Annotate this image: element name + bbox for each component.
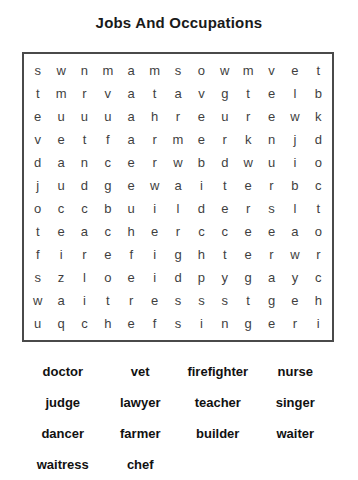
grid-cell-r11c4[interactable]: t [96,289,119,312]
grid-cell-r12c4[interactable]: h [96,312,119,335]
word-item-judge: judge [24,395,102,410]
grid-cell-r9c12[interactable]: w [283,243,306,266]
worksheet-page: Jobs And Occupations swnmamsowmvettmrvat… [0,0,358,480]
grid-cell-r10c4[interactable]: o [96,266,119,289]
grid-cell-r4c13[interactable]: d [307,128,330,151]
grid-cell-r3c7[interactable]: r [166,105,189,128]
word-item-waiter: waiter [257,426,335,441]
grid-cell-r12c13[interactable]: i [307,312,330,335]
grid-cell-r2c2[interactable]: m [49,82,72,105]
grid-cell-r6c9[interactable]: t [213,174,236,197]
grid-cell-r12c11[interactable]: e [260,312,283,335]
word-item-singer: singer [257,395,335,410]
grid-cell-r10c9[interactable]: y [213,266,236,289]
word-item-doctor: doctor [24,364,102,379]
grid-cell-r10c5[interactable]: e [120,266,143,289]
grid-cell-r10c12[interactable]: y [283,266,306,289]
grid-cell-r4c3[interactable]: t [73,128,96,151]
grid-cell-r5c13[interactable]: o [307,151,330,174]
grid-cell-r6c12[interactable]: b [283,174,306,197]
grid-cell-r12c8[interactable]: i [190,312,213,335]
grid-cell-r9c10[interactable]: e [236,243,259,266]
grid-cell-r4c5[interactable]: a [120,128,143,151]
grid-cell-r4c4[interactable]: f [96,128,119,151]
grid-cell-r4c1[interactable]: v [26,128,49,151]
grid-cell-r4c12[interactable]: j [283,128,306,151]
grid-cell-r10c1[interactable]: s [26,266,49,289]
grid-cell-r9c6[interactable]: i [143,243,166,266]
grid-cell-r9c11[interactable]: r [260,243,283,266]
grid-cell-r8c3[interactable]: a [73,220,96,243]
grid-cell-r11c13[interactable]: h [307,289,330,312]
grid-cell-r2c6[interactable]: t [143,82,166,105]
grid-cell-r1c8[interactable]: o [190,59,213,82]
grid-cell-r1c7[interactable]: s [166,59,189,82]
grid-cell-r5c12[interactable]: i [283,151,306,174]
grid-cell-r2c3[interactable]: r [73,82,96,105]
grid-cell-r6c2[interactable]: u [49,174,72,197]
grid-cell-r4c7[interactable]: m [166,128,189,151]
grid-cell-r12c3[interactable]: c [73,312,96,335]
word-item-waitress: waitress [24,457,102,472]
grid-cell-r7c3[interactable]: c [73,197,96,220]
grid-cell-r1c5[interactable]: a [120,59,143,82]
grid-cell-r10c13[interactable]: c [307,266,330,289]
grid-cell-r8c9[interactable]: c [213,220,236,243]
grid-cell-r12c9[interactable]: n [213,312,236,335]
grid-cell-r12c10[interactable]: g [236,312,259,335]
grid-cell-r5c4[interactable]: c [96,151,119,174]
grid-cell-r12c6[interactable]: f [143,312,166,335]
grid-cell-r9c1[interactable]: f [26,243,49,266]
grid-cell-r11c3[interactable]: i [73,289,96,312]
grid-cell-r6c3[interactable]: d [73,174,96,197]
grid-cell-r2c9[interactable]: g [213,82,236,105]
grid-cell-r6c11[interactable]: r [260,174,283,197]
word-item-firefighter: firefighter [179,364,257,379]
wordsearch-grid: swnmamsowmvettmrvatavgtelbeuuuahreurewkv… [22,52,334,342]
grid-cell-r3c2[interactable]: u [49,105,72,128]
grid-cell-r5c11[interactable]: u [260,151,283,174]
grid-cell-r5c10[interactable]: w [236,151,259,174]
grid-cell-r1c12[interactable]: e [283,59,306,82]
grid-cell-r8c13[interactable]: o [307,220,330,243]
grid-cell-r6c7[interactable]: a [166,174,189,197]
grid-cell-r10c11[interactable]: a [260,266,283,289]
grid-cell-r12c12[interactable]: r [283,312,306,335]
grid-cell-r1c10[interactable]: m [236,59,259,82]
grid-cell-r3c8[interactable]: e [190,105,213,128]
grid-cell-r3c3[interactable]: u [73,105,96,128]
grid-cell-r9c8[interactable]: h [190,243,213,266]
grid-cell-r2c1[interactable]: t [26,82,49,105]
grid-cell-r1c13[interactable]: t [307,59,330,82]
grid-cell-r9c2[interactable]: i [49,243,72,266]
grid-cell-r7c4[interactable]: b [96,197,119,220]
grid-cell-r9c4[interactable]: e [96,243,119,266]
word-item-lawyer: lawyer [102,395,180,410]
grid-cell-r7c6[interactable]: i [143,197,166,220]
grid-cell-r7c8[interactable]: d [190,197,213,220]
grid-cell-r2c13[interactable]: b [307,82,330,105]
grid-cell-r2c11[interactable]: e [260,82,283,105]
word-list: doctorvetfirefighternursejudgelawyerteac… [24,356,334,480]
grid-cell-r8c4[interactable]: c [96,220,119,243]
grid-cell-r9c13[interactable]: r [307,243,330,266]
grid-cell-r12c1[interactable]: u [26,312,49,335]
grid-cell-r6c13[interactable]: c [307,174,330,197]
grid-cell-r9c3[interactable]: r [73,243,96,266]
grid-cell-r7c10[interactable]: r [236,197,259,220]
grid-cell-r2c7[interactable]: a [166,82,189,105]
grid-cell-r2c4[interactable]: v [96,82,119,105]
grid-cell-r4c11[interactable]: n [260,128,283,151]
grid-cell-r8c6[interactable]: e [143,220,166,243]
grid-cell-r3c12[interactable]: w [283,105,306,128]
grid-cell-r8c10[interactable]: e [236,220,259,243]
grid-cell-r6c6[interactable]: w [143,174,166,197]
grid-cell-r10c3[interactable]: l [73,266,96,289]
grid-cell-r1c1[interactable]: s [26,59,49,82]
grid-cell-r3c13[interactable]: k [307,105,330,128]
word-item-farmer: farmer [102,426,180,441]
grid-cell-r11c1[interactable]: w [26,289,49,312]
grid-cell-r1c2[interactable]: w [49,59,72,82]
grid-cell-r11c5[interactable]: r [120,289,143,312]
grid-cell-r11c9[interactable]: s [213,289,236,312]
grid-cell-r8c5[interactable]: h [120,220,143,243]
grid-cell-r12c2[interactable]: q [49,312,72,335]
grid-cell-r5c6[interactable]: r [143,151,166,174]
grid-cell-r7c12[interactable]: l [283,197,306,220]
grid-cell-r11c11[interactable]: g [260,289,283,312]
grid-cell-r9c7[interactable]: g [166,243,189,266]
grid-cell-r12c7[interactable]: s [166,312,189,335]
grid-cell-r1c11[interactable]: v [260,59,283,82]
grid-cell-r10c7[interactable]: d [166,266,189,289]
grid-cell-r4c6[interactable]: r [143,128,166,151]
word-item-dancer: dancer [24,426,102,441]
grid-cell-r3c5[interactable]: a [120,105,143,128]
grid-cell-r8c11[interactable]: e [260,220,283,243]
grid-cell-r12c5[interactable]: e [120,312,143,335]
grid-cell-r7c5[interactable]: u [120,197,143,220]
word-item-nurse: nurse [257,364,335,379]
puzzle-title: Jobs And Occupations [0,14,358,31]
grid-cell-r5c3[interactable]: n [73,151,96,174]
grid-cell-r4c2[interactable]: e [49,128,72,151]
grid-cell-r1c6[interactable]: m [143,59,166,82]
grid-cell-r7c9[interactable]: e [213,197,236,220]
grid-cell-r8c2[interactable]: e [49,220,72,243]
word-item-chef: chef [102,457,180,472]
grid-cell-r8c1[interactable]: t [26,220,49,243]
grid-cell-r5c5[interactable]: e [120,151,143,174]
grid-cell-r7c2[interactable]: c [49,197,72,220]
grid-cell-r2c10[interactable]: t [236,82,259,105]
grid-cell-r10c8[interactable]: p [190,266,213,289]
grid-cell-r6c4[interactable]: g [96,174,119,197]
grid-cell-r4c10[interactable]: k [236,128,259,151]
grid-cell-r5c7[interactable]: w [166,151,189,174]
grid-cell-r9c5[interactable]: f [120,243,143,266]
grid-cell-r6c5[interactable]: e [120,174,143,197]
grid-cell-r1c9[interactable]: w [213,59,236,82]
grid-cell-r2c5[interactable]: a [120,82,143,105]
grid-cell-r4c8[interactable]: e [190,128,213,151]
grid-cell-r10c10[interactable]: g [236,266,259,289]
grid-cell-r11c6[interactable]: e [143,289,166,312]
grid-cell-r11c12[interactable]: e [283,289,306,312]
grid-cell-r5c1[interactable]: d [26,151,49,174]
grid-cell-r7c13[interactable]: t [307,197,330,220]
grid-cell-r11c7[interactable]: s [166,289,189,312]
grid-cell-r1c4[interactable]: m [96,59,119,82]
grid-cell-r11c8[interactable]: s [190,289,213,312]
grid-cell-r6c1[interactable]: j [26,174,49,197]
grid-cell-r6c10[interactable]: e [236,174,259,197]
grid-cell-r7c11[interactable]: s [260,197,283,220]
grid-cell-r11c2[interactable]: a [49,289,72,312]
grid-cell-r3c9[interactable]: u [213,105,236,128]
grid-cell-r10c6[interactable]: i [143,266,166,289]
grid-cell-r9c9[interactable]: t [213,243,236,266]
grid-cell-r2c12[interactable]: l [283,82,306,105]
word-item-vet: vet [102,364,180,379]
word-item-teacher: teacher [179,395,257,410]
grid-cell-r8c7[interactable]: r [166,220,189,243]
grid-cell-r3c6[interactable]: h [143,105,166,128]
grid-cell-r2c8[interactable]: v [190,82,213,105]
grid-cell-r7c7[interactable]: l [166,197,189,220]
grid-cell-r1c3[interactable]: n [73,59,96,82]
grid-cell-r7c1[interactable]: o [26,197,49,220]
grid-cell-r8c8[interactable]: c [190,220,213,243]
grid-cell-r5c8[interactable]: b [190,151,213,174]
grid-cell-r11c10[interactable]: t [236,289,259,312]
word-item-builder: builder [179,426,257,441]
grid-cell-r6c8[interactable]: i [190,174,213,197]
grid-cell-r4c9[interactable]: r [213,128,236,151]
grid-cell-r3c10[interactable]: r [236,105,259,128]
grid-cell-r3c11[interactable]: e [260,105,283,128]
grid-cell-r3c4[interactable]: u [96,105,119,128]
grid-cell-r5c9[interactable]: d [213,151,236,174]
grid-cell-r5c2[interactable]: a [49,151,72,174]
grid-cell-r3c1[interactable]: e [26,105,49,128]
grid-cell-r8c12[interactable]: a [283,220,306,243]
grid-cell-r10c2[interactable]: z [49,266,72,289]
